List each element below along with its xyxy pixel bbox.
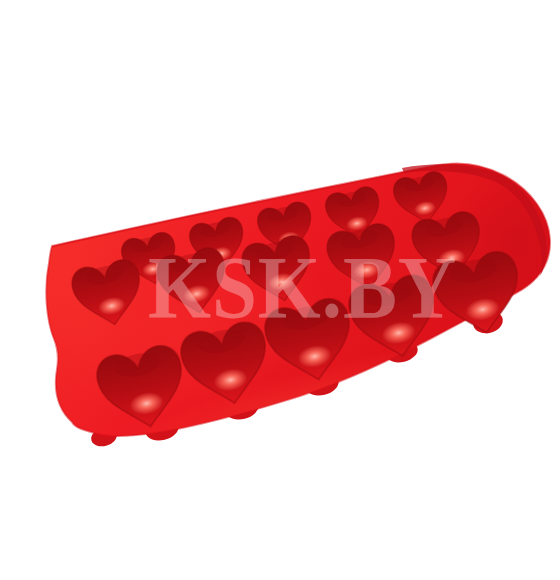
mold bbox=[16, 163, 560, 474]
mold-photo bbox=[0, 0, 560, 580]
product-photo: KSK.BY bbox=[0, 0, 560, 580]
